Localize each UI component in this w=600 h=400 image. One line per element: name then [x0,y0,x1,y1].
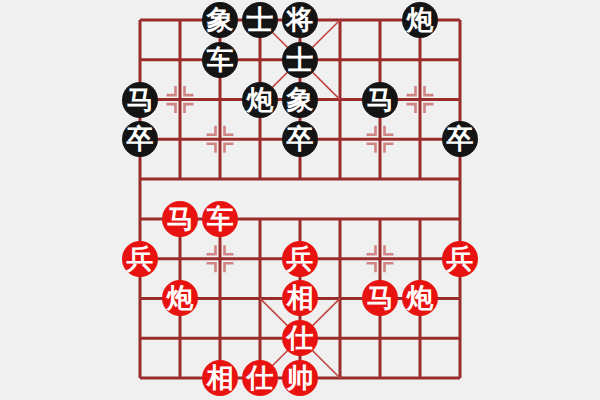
piece-black-general[interactable]: 将 [282,2,318,38]
piece-black-soldier[interactable]: 卒 [442,121,478,157]
piece-black-elephant[interactable]: 象 [202,2,238,38]
piece-black-elephant[interactable]: 象 [282,82,318,118]
piece-red-chariot[interactable]: 车 [202,201,238,237]
piece-red-general[interactable]: 帅 [282,360,318,396]
piece-red-elephant[interactable]: 相 [282,280,318,316]
piece-black-chariot[interactable]: 车 [202,42,238,78]
piece-black-horse[interactable]: 马 [122,82,158,118]
piece-black-advisor[interactable]: 士 [242,2,278,38]
piece-black-cannon[interactable]: 炮 [242,82,278,118]
piece-red-cannon[interactable]: 炮 [402,280,438,316]
piece-black-soldier[interactable]: 卒 [282,121,318,157]
piece-black-soldier[interactable]: 卒 [122,121,158,157]
piece-red-soldier[interactable]: 兵 [442,241,478,277]
piece-black-advisor[interactable]: 士 [282,42,318,78]
xiangqi-app: 象士将炮车士马炮象马卒卒卒马车兵兵兵炮相马炮仕相仕帅 [0,0,600,400]
piece-red-advisor[interactable]: 仕 [242,360,278,396]
piece-red-advisor[interactable]: 仕 [282,320,318,356]
piece-red-soldier[interactable]: 兵 [282,241,318,277]
piece-red-horse[interactable]: 马 [362,280,398,316]
piece-black-horse[interactable]: 马 [362,82,398,118]
piece-red-horse[interactable]: 马 [162,201,198,237]
piece-red-cannon[interactable]: 炮 [162,280,198,316]
piece-black-cannon[interactable]: 炮 [402,2,438,38]
piece-red-elephant[interactable]: 相 [202,360,238,396]
piece-red-soldier[interactable]: 兵 [122,241,158,277]
